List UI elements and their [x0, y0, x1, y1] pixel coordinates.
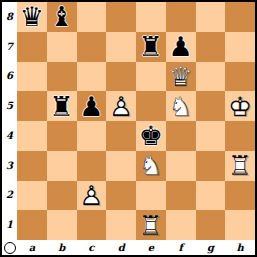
chess-diagram: 8♛♝7♜♟6♛♕5♜♟♟♙♞♘♚♔4♚3♞♘♜♖2♟♙1♜♖abcdefgh — [0, 0, 257, 257]
square-e3[interactable]: ♞♘ — [136, 151, 166, 181]
square-b4[interactable] — [47, 121, 77, 151]
piece-white-rook[interactable]: ♜♖ — [136, 210, 166, 240]
piece-black-queen[interactable]: ♛ — [17, 2, 47, 32]
square-e8[interactable] — [136, 2, 166, 32]
square-c2[interactable]: ♟♙ — [77, 181, 107, 211]
piece-white-rook[interactable]: ♜♖ — [225, 151, 255, 181]
square-b8[interactable]: ♝ — [47, 2, 77, 32]
rank-label-2: 2 — [2, 181, 17, 211]
file-label-b: b — [47, 240, 77, 255]
square-f2[interactable] — [166, 181, 196, 211]
piece-outline-layer: ♙ — [106, 91, 136, 121]
piece-black-rook[interactable]: ♜ — [47, 91, 77, 121]
square-b3[interactable] — [47, 151, 77, 181]
rank-label-8: 8 — [2, 2, 17, 32]
piece-white-king[interactable]: ♚♔ — [225, 91, 255, 121]
square-c5[interactable]: ♟ — [77, 91, 107, 121]
square-c6[interactable] — [77, 62, 107, 92]
chess-board: 8♛♝7♜♟6♛♕5♜♟♟♙♞♘♚♔4♚3♞♘♜♖2♟♙1♜♖abcdefgh — [2, 2, 255, 255]
piece-outline-layer: ♕ — [166, 62, 196, 92]
piece-white-knight[interactable]: ♞♘ — [166, 91, 196, 121]
square-c3[interactable] — [77, 151, 107, 181]
square-d5[interactable]: ♟♙ — [106, 91, 136, 121]
square-e5[interactable] — [136, 91, 166, 121]
square-h3[interactable]: ♜♖ — [225, 151, 255, 181]
square-h5[interactable]: ♚♔ — [225, 91, 255, 121]
rank-label-4: 4 — [2, 121, 17, 151]
square-g8[interactable] — [196, 2, 226, 32]
file-label-e: e — [136, 240, 166, 255]
square-d8[interactable] — [106, 2, 136, 32]
square-h4[interactable] — [225, 121, 255, 151]
square-a2[interactable] — [17, 181, 47, 211]
square-c7[interactable] — [77, 32, 107, 62]
square-g1[interactable] — [196, 210, 226, 240]
square-b1[interactable] — [47, 210, 77, 240]
piece-white-pawn[interactable]: ♟♙ — [106, 91, 136, 121]
square-h1[interactable] — [225, 210, 255, 240]
rank-label-1: 1 — [2, 210, 17, 240]
square-g4[interactable] — [196, 121, 226, 151]
square-b6[interactable] — [47, 62, 77, 92]
square-f8[interactable] — [166, 2, 196, 32]
square-e1[interactable]: ♜♖ — [136, 210, 166, 240]
piece-black-bishop[interactable]: ♝ — [47, 2, 77, 32]
square-h2[interactable] — [225, 181, 255, 211]
file-label-a: a — [17, 240, 47, 255]
square-f4[interactable] — [166, 121, 196, 151]
square-g5[interactable] — [196, 91, 226, 121]
piece-outline-layer: ♘ — [166, 91, 196, 121]
square-d7[interactable] — [106, 32, 136, 62]
square-g3[interactable] — [196, 151, 226, 181]
square-c4[interactable] — [77, 121, 107, 151]
piece-glyph: ♟ — [166, 32, 196, 62]
square-c1[interactable] — [77, 210, 107, 240]
square-g6[interactable] — [196, 62, 226, 92]
piece-outline-layer: ♖ — [225, 151, 255, 181]
rank-label-3: 3 — [2, 151, 17, 181]
side-to-move-indicator — [4, 242, 16, 254]
rank-label-5: 5 — [2, 91, 17, 121]
square-b7[interactable] — [47, 32, 77, 62]
square-d1[interactable] — [106, 210, 136, 240]
piece-black-pawn[interactable]: ♟ — [166, 32, 196, 62]
square-f3[interactable] — [166, 151, 196, 181]
square-a1[interactable] — [17, 210, 47, 240]
piece-white-pawn[interactable]: ♟♙ — [77, 181, 107, 211]
file-label-c: c — [77, 240, 107, 255]
piece-white-queen[interactable]: ♛♕ — [166, 62, 196, 92]
piece-black-rook[interactable]: ♜ — [136, 32, 166, 62]
rank-label-7: 7 — [2, 32, 17, 62]
piece-white-knight[interactable]: ♞♘ — [136, 151, 166, 181]
square-e4[interactable]: ♚ — [136, 121, 166, 151]
square-f5[interactable]: ♞♘ — [166, 91, 196, 121]
square-a3[interactable] — [17, 151, 47, 181]
square-b2[interactable] — [47, 181, 77, 211]
square-g2[interactable] — [196, 181, 226, 211]
file-label-h: h — [225, 240, 255, 255]
piece-glyph: ♝ — [47, 2, 77, 32]
square-f6[interactable]: ♛♕ — [166, 62, 196, 92]
square-e6[interactable] — [136, 62, 166, 92]
piece-black-pawn[interactable]: ♟ — [77, 91, 107, 121]
piece-outline-layer: ♙ — [77, 181, 107, 211]
square-e7[interactable]: ♜ — [136, 32, 166, 62]
square-d2[interactable] — [106, 181, 136, 211]
piece-outline-layer: ♔ — [225, 91, 255, 121]
square-d6[interactable] — [106, 62, 136, 92]
square-a5[interactable] — [17, 91, 47, 121]
square-h8[interactable] — [225, 2, 255, 32]
file-label-d: d — [106, 240, 136, 255]
square-g7[interactable] — [196, 32, 226, 62]
file-label-f: f — [166, 240, 196, 255]
square-b5[interactable]: ♜ — [47, 91, 77, 121]
piece-black-king[interactable]: ♚ — [136, 121, 166, 151]
board-corner — [2, 240, 17, 255]
piece-glyph: ♜ — [47, 91, 77, 121]
piece-glyph: ♛ — [17, 2, 47, 32]
piece-glyph: ♟ — [77, 91, 107, 121]
square-d4[interactable] — [106, 121, 136, 151]
square-h7[interactable] — [225, 32, 255, 62]
square-a8[interactable]: ♛ — [17, 2, 47, 32]
piece-outline-layer: ♖ — [136, 210, 166, 240]
square-e2[interactable] — [136, 181, 166, 211]
file-label-g: g — [196, 240, 226, 255]
square-f1[interactable] — [166, 210, 196, 240]
square-a7[interactable] — [17, 32, 47, 62]
piece-glyph: ♚ — [136, 121, 166, 151]
square-d3[interactable] — [106, 151, 136, 181]
piece-outline-layer: ♘ — [136, 151, 166, 181]
square-c8[interactable] — [77, 2, 107, 32]
square-h6[interactable] — [225, 62, 255, 92]
square-a6[interactable] — [17, 62, 47, 92]
square-a4[interactable] — [17, 121, 47, 151]
rank-label-6: 6 — [2, 62, 17, 92]
piece-glyph: ♜ — [136, 32, 166, 62]
square-f7[interactable]: ♟ — [166, 32, 196, 62]
